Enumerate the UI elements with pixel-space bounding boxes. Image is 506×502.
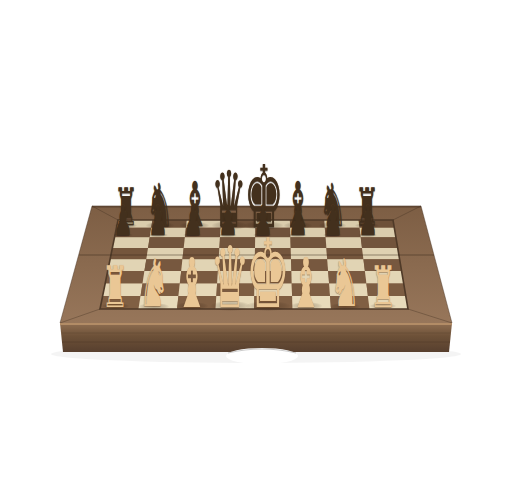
piece-black-pawn-g7[interactable]: ♟: [323, 200, 343, 242]
piece-white-rook-h1[interactable]: ♜: [369, 259, 396, 316]
piece-white-knight-g1[interactable]: ♞: [329, 252, 360, 318]
piece-white-rook-a1[interactable]: ♜: [102, 259, 129, 316]
piece-white-knight-b1[interactable]: ♞: [138, 252, 169, 318]
piece-white-bishop-f1[interactable]: ♝: [290, 249, 322, 318]
piece-white-king-e1[interactable]: ♚: [246, 227, 290, 322]
piece-white-bishop-c1[interactable]: ♝: [176, 249, 208, 318]
piece-black-pawn-a7[interactable]: ♟: [113, 200, 133, 242]
thumb-notch: [226, 348, 298, 364]
piece-black-pawn-b7[interactable]: ♟: [148, 200, 168, 242]
piece-black-pawn-c7[interactable]: ♟: [183, 200, 203, 242]
piece-black-pawn-h7[interactable]: ♟: [358, 200, 378, 242]
piece-black-pawn-f7[interactable]: ♟: [288, 200, 308, 242]
chess-set-photo: ♜♞♝♛♚♝♞♜♟♟♟♟♟♟♟♟♜♞♝♛♚♝♞♜: [0, 0, 506, 502]
piece-white-queen-d1[interactable]: ♛: [210, 236, 250, 321]
